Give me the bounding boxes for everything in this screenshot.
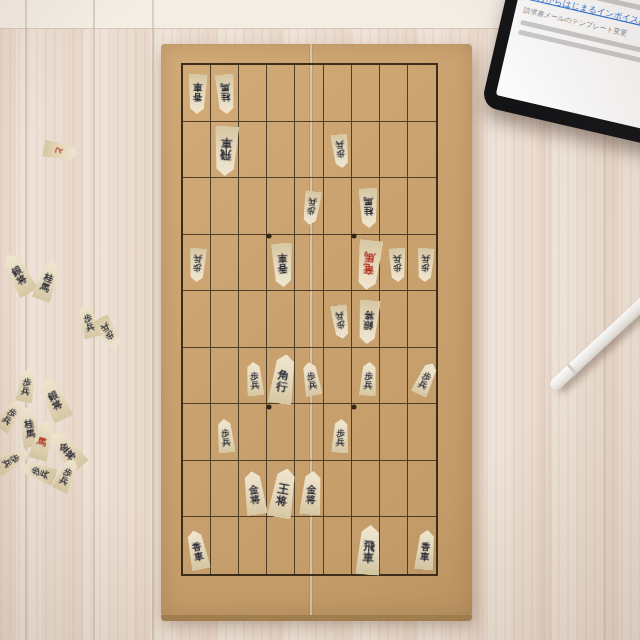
board-cell[interactable]	[324, 178, 352, 235]
board-cell[interactable]	[295, 65, 323, 122]
board-cell[interactable]	[211, 348, 239, 405]
piece-kanji: 車	[362, 552, 374, 564]
board-cell[interactable]	[239, 291, 267, 348]
piece-kanji: 兵	[393, 254, 402, 263]
piece-kanji: 馬	[39, 281, 51, 293]
board-cell[interactable]	[324, 65, 352, 122]
board-cell[interactable]	[211, 235, 239, 292]
piece-kanji: 車	[420, 551, 430, 562]
board-cell[interactable]	[267, 517, 295, 574]
board-cell[interactable]	[211, 291, 239, 348]
board-cell[interactable]	[239, 235, 267, 292]
piece-kanji: 歩	[393, 263, 402, 272]
board-cell[interactable]	[408, 291, 436, 348]
board-cell[interactable]	[267, 178, 295, 235]
board-cell[interactable]	[380, 404, 408, 461]
board-cell[interactable]	[239, 517, 267, 574]
board-cell[interactable]	[408, 178, 436, 235]
board-cell[interactable]	[183, 291, 211, 348]
star-point	[266, 405, 271, 410]
board-cell[interactable]	[380, 461, 408, 518]
board-cell[interactable]	[267, 65, 295, 122]
shogi-piece[interactable]: と	[42, 140, 78, 163]
board-cell[interactable]	[380, 65, 408, 122]
board-cell[interactable]	[295, 291, 323, 348]
piece-kanji: 兵	[58, 475, 69, 486]
star-point	[352, 405, 357, 410]
plank-seam	[152, 0, 154, 640]
board-cell[interactable]	[267, 291, 295, 348]
piece-kanji: 兵	[335, 140, 344, 149]
shogi-piece[interactable]: 銀将	[36, 375, 74, 424]
piece-kanji: 兵	[193, 254, 202, 263]
piece-kanji: と	[54, 146, 64, 156]
board-edge	[161, 615, 472, 621]
plank-seam	[25, 0, 27, 640]
board-cell[interactable]	[211, 178, 239, 235]
board-cell[interactable]	[324, 461, 352, 518]
star-point	[266, 234, 271, 239]
piece-kanji: 将	[51, 399, 64, 412]
board-cell[interactable]	[211, 517, 239, 574]
piece-kanji: 車	[220, 136, 232, 148]
board-cell[interactable]	[324, 348, 352, 405]
board-cell[interactable]	[408, 65, 436, 122]
board-cell[interactable]	[408, 404, 436, 461]
board-cell[interactable]	[295, 404, 323, 461]
piece-kanji: 兵	[308, 379, 318, 389]
piece-kanji: 馬	[363, 196, 373, 206]
piece-kanji: 兵	[422, 254, 431, 263]
stylus-pen[interactable]	[548, 264, 640, 392]
board-cell[interactable]	[239, 65, 267, 122]
piece-kanji: 将	[275, 494, 288, 508]
board-cell[interactable]	[295, 122, 323, 179]
board-cell[interactable]	[380, 122, 408, 179]
pen-band	[567, 364, 577, 375]
board-cell[interactable]	[211, 461, 239, 518]
piece-kanji: 将	[15, 273, 29, 287]
piece-kanji: 車	[193, 550, 204, 561]
piece-kanji: 兵	[38, 469, 49, 480]
board-cell[interactable]	[239, 178, 267, 235]
piece-kanji: 兵	[334, 311, 344, 321]
board-cell[interactable]	[408, 122, 436, 179]
piece-kanji: 将	[250, 494, 261, 505]
board-cell[interactable]	[352, 404, 380, 461]
piece-kanji: 車	[193, 82, 203, 92]
piece-kanji: 馬	[363, 250, 376, 263]
piece-kanji: 兵	[222, 437, 231, 446]
board-grid: 香車桂馬飛車歩兵歩兵桂馬歩兵香車竜馬歩兵歩兵歩兵銀将歩兵角行歩兵歩兵歩兵歩兵歩兵…	[181, 63, 438, 576]
star-point	[352, 234, 357, 239]
board-cell[interactable]	[324, 517, 352, 574]
piece-kanji: 兵	[364, 380, 373, 389]
board-cell[interactable]	[239, 404, 267, 461]
board-cell[interactable]	[267, 404, 295, 461]
piece-kanji: 兵	[335, 437, 344, 446]
board-cell[interactable]	[352, 65, 380, 122]
piece-kanji: 兵	[308, 197, 318, 207]
table-surface: 香車桂馬飛車歩兵歩兵桂馬歩兵香車竜馬歩兵歩兵歩兵銀将歩兵角行歩兵歩兵歩兵歩兵歩兵…	[0, 0, 640, 640]
piece-kanji: 兵	[250, 380, 259, 389]
piece-kanji: 行	[275, 380, 288, 393]
board-cell[interactable]	[408, 461, 436, 518]
board-cell[interactable]	[380, 348, 408, 405]
piece-kanji: 兵	[21, 386, 31, 396]
piece-kanji: 馬	[36, 436, 48, 448]
piece-kanji: 車	[277, 252, 288, 263]
board-cell[interactable]	[183, 461, 211, 518]
board-cell[interactable]	[239, 122, 267, 179]
shogi-board: 香車桂馬飛車歩兵歩兵桂馬歩兵香車竜馬歩兵歩兵歩兵銀将歩兵角行歩兵歩兵歩兵歩兵歩兵…	[161, 44, 472, 616]
board-cell[interactable]	[352, 461, 380, 518]
board-cell[interactable]	[295, 517, 323, 574]
board-cell[interactable]	[183, 404, 211, 461]
board-cell[interactable]	[183, 178, 211, 235]
board-cell[interactable]	[352, 122, 380, 179]
board-cell[interactable]	[324, 235, 352, 292]
piece-kanji: 馬	[220, 82, 230, 92]
shogi-piece[interactable]: 銀将	[0, 250, 39, 299]
piece-kanji: 将	[305, 494, 316, 505]
shogi-piece[interactable]: 桂馬	[32, 259, 64, 303]
shogi-piece[interactable]: 歩兵	[15, 367, 38, 403]
board-cell[interactable]	[380, 178, 408, 235]
board-cell[interactable]	[380, 291, 408, 348]
board-cell[interactable]	[183, 348, 211, 405]
tablet-screen: shopify 10月からはじまるインボイス設定 請求書メールのテンプレート変更	[496, 0, 640, 145]
piece-kanji: 馬	[25, 428, 36, 439]
board-cell[interactable]	[295, 235, 323, 292]
tablet: shopify 10月からはじまるインボイス設定 請求書メールのテンプレート変更	[481, 0, 640, 161]
board-cell[interactable]	[267, 122, 295, 179]
board-cell[interactable]	[380, 517, 408, 574]
board-cell[interactable]	[183, 122, 211, 179]
piece-kanji: 将	[364, 309, 375, 320]
